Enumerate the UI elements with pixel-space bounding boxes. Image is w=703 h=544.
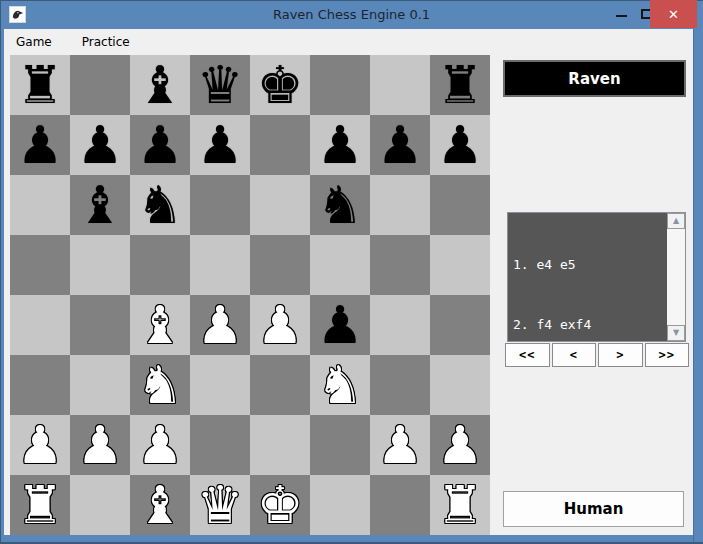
black-pawn-g7: ♟ bbox=[377, 115, 424, 175]
black-pawn-a7: ♟ bbox=[17, 115, 64, 175]
white-pawn-c2: ♟ bbox=[137, 415, 184, 475]
square-e8[interactable]: ♚ bbox=[250, 55, 310, 115]
scroll-up-icon: ▲ bbox=[673, 217, 679, 225]
black-rook-h8: ♜ bbox=[437, 55, 484, 115]
square-a6[interactable] bbox=[10, 175, 70, 235]
white-bishop-c1: ♝ bbox=[137, 475, 184, 535]
black-bishop-c8: ♝ bbox=[137, 55, 184, 115]
white-pawn-b2: ♟ bbox=[77, 415, 124, 475]
black-pawn-b7: ♟ bbox=[77, 115, 124, 175]
white-knight-c3: ♞ bbox=[137, 355, 184, 415]
minimize-icon bbox=[616, 15, 627, 17]
square-g5[interactable] bbox=[370, 235, 430, 295]
black-knight-f6: ♞ bbox=[317, 175, 364, 235]
black-queen-d8: ♛ bbox=[197, 55, 244, 115]
black-player-name: Raven bbox=[568, 70, 620, 88]
square-f6[interactable]: ♞ bbox=[310, 175, 370, 235]
square-a2[interactable]: ♟ bbox=[10, 415, 70, 475]
square-g2[interactable]: ♟ bbox=[370, 415, 430, 475]
square-b5[interactable] bbox=[70, 235, 130, 295]
square-g7[interactable]: ♟ bbox=[370, 115, 430, 175]
move-line: 2. f4 exf4 bbox=[513, 315, 667, 335]
square-b2[interactable]: ♟ bbox=[70, 415, 130, 475]
square-e4[interactable]: ♟ bbox=[250, 295, 310, 355]
square-f4[interactable]: ♟ bbox=[310, 295, 370, 355]
white-pawn-a2: ♟ bbox=[17, 415, 64, 475]
square-f8[interactable] bbox=[310, 55, 370, 115]
window-left-edge bbox=[0, 0, 1, 544]
black-pawn-h7: ♟ bbox=[437, 115, 484, 175]
square-b1[interactable] bbox=[70, 475, 130, 535]
white-knight-f3: ♞ bbox=[317, 355, 364, 415]
square-a4[interactable] bbox=[10, 295, 70, 355]
menu-bar: Game Practice bbox=[4, 29, 693, 55]
first-move-button[interactable]: << bbox=[505, 343, 550, 367]
square-e2[interactable] bbox=[250, 415, 310, 475]
title-bar: Raven Chess Engine 0.1 ✕ bbox=[0, 0, 703, 29]
square-c2[interactable]: ♟ bbox=[130, 415, 190, 475]
square-f5[interactable] bbox=[310, 235, 370, 295]
square-d4[interactable]: ♟ bbox=[190, 295, 250, 355]
square-f2[interactable] bbox=[310, 415, 370, 475]
next-move-button[interactable]: > bbox=[598, 343, 643, 367]
square-b3[interactable] bbox=[70, 355, 130, 415]
square-a7[interactable]: ♟ bbox=[10, 115, 70, 175]
square-c7[interactable]: ♟ bbox=[130, 115, 190, 175]
white-king-e1: ♚ bbox=[257, 475, 304, 535]
square-h2[interactable]: ♟ bbox=[430, 415, 490, 475]
minimize-button[interactable] bbox=[606, 0, 636, 28]
square-b6[interactable]: ♝ bbox=[70, 175, 130, 235]
square-b4[interactable] bbox=[70, 295, 130, 355]
square-h6[interactable] bbox=[430, 175, 490, 235]
white-pawn-e4: ♟ bbox=[257, 295, 304, 355]
scroll-up-button[interactable]: ▲ bbox=[667, 213, 685, 229]
square-b8[interactable] bbox=[70, 55, 130, 115]
white-pawn-g2: ♟ bbox=[377, 415, 424, 475]
black-pawn-d7: ♟ bbox=[197, 115, 244, 175]
black-bishop-b6: ♝ bbox=[77, 175, 124, 235]
content-area: ♜♝♛♚♜♟♟♟♟♟♟♟♝♞♞♝♟♟♟♞♞♟♟♟♟♟♜♝♛♚♜ Raven 1.… bbox=[4, 55, 693, 535]
white-player-label: Human bbox=[503, 491, 684, 527]
square-d7[interactable]: ♟ bbox=[190, 115, 250, 175]
square-e6[interactable] bbox=[250, 175, 310, 235]
square-a3[interactable] bbox=[10, 355, 70, 415]
move-list: 1. e4 e5 2. f4 exf4 3. Nf3 Nc6 4. Bc4 Nf… bbox=[508, 213, 667, 341]
window-right-edge bbox=[693, 29, 694, 544]
square-e1[interactable]: ♚ bbox=[250, 475, 310, 535]
previous-move-button[interactable]: < bbox=[552, 343, 597, 367]
white-pawn-d4: ♟ bbox=[197, 295, 244, 355]
close-button[interactable]: ✕ bbox=[650, 0, 697, 28]
square-f3[interactable]: ♞ bbox=[310, 355, 370, 415]
black-king-e8: ♚ bbox=[257, 55, 304, 115]
square-h5[interactable] bbox=[430, 235, 490, 295]
white-player-name: Human bbox=[564, 500, 624, 518]
black-pawn-c7: ♟ bbox=[137, 115, 184, 175]
square-g6[interactable] bbox=[370, 175, 430, 235]
square-h1[interactable]: ♜ bbox=[430, 475, 490, 535]
square-g8[interactable] bbox=[370, 55, 430, 115]
move-list-scrollbar[interactable]: ▲ ▼ bbox=[667, 213, 685, 341]
square-b7[interactable]: ♟ bbox=[70, 115, 130, 175]
square-h8[interactable]: ♜ bbox=[430, 55, 490, 115]
square-f7[interactable]: ♟ bbox=[310, 115, 370, 175]
scroll-down-icon: ▼ bbox=[673, 329, 679, 337]
last-move-button[interactable]: >> bbox=[645, 343, 690, 367]
square-c6[interactable]: ♞ bbox=[130, 175, 190, 235]
square-c3[interactable]: ♞ bbox=[130, 355, 190, 415]
white-queen-d1: ♛ bbox=[197, 475, 244, 535]
move-navigation: << < > >> bbox=[505, 343, 689, 367]
square-e5[interactable] bbox=[250, 235, 310, 295]
square-c5[interactable] bbox=[130, 235, 190, 295]
square-d5[interactable] bbox=[190, 235, 250, 295]
square-e7[interactable] bbox=[250, 115, 310, 175]
square-d8[interactable]: ♛ bbox=[190, 55, 250, 115]
square-g4[interactable] bbox=[370, 295, 430, 355]
black-player-label: Raven bbox=[503, 60, 686, 97]
chess-board[interactable]: ♜♝♛♚♜♟♟♟♟♟♟♟♝♞♞♝♟♟♟♞♞♟♟♟♟♟♜♝♛♚♜ bbox=[10, 55, 490, 535]
close-icon: ✕ bbox=[668, 7, 679, 22]
square-d6[interactable] bbox=[190, 175, 250, 235]
square-d1[interactable]: ♛ bbox=[190, 475, 250, 535]
square-g1[interactable] bbox=[370, 475, 430, 535]
square-g3[interactable] bbox=[370, 355, 430, 415]
square-f1[interactable] bbox=[310, 475, 370, 535]
window-title: Raven Chess Engine 0.1 bbox=[0, 0, 703, 29]
move-line: 1. e4 e5 bbox=[513, 255, 667, 275]
square-e3[interactable] bbox=[250, 355, 310, 415]
menu-item-practice[interactable]: Practice bbox=[80, 29, 132, 55]
white-rook-h1: ♜ bbox=[437, 475, 484, 535]
app-window: Raven Chess Engine 0.1 ✕ Game Practice ♜… bbox=[0, 0, 703, 544]
black-pawn-f7: ♟ bbox=[317, 115, 364, 175]
square-d2[interactable] bbox=[190, 415, 250, 475]
square-a5[interactable] bbox=[10, 235, 70, 295]
white-pawn-h2: ♟ bbox=[437, 415, 484, 475]
square-h4[interactable] bbox=[430, 295, 490, 355]
white-bishop-c4: ♝ bbox=[137, 295, 184, 355]
black-rook-a8: ♜ bbox=[17, 55, 64, 115]
square-d3[interactable] bbox=[190, 355, 250, 415]
menu-item-game[interactable]: Game bbox=[14, 29, 54, 55]
move-list-box: 1. e4 e5 2. f4 exf4 3. Nf3 Nc6 4. Bc4 Nf… bbox=[507, 212, 686, 342]
square-h7[interactable]: ♟ bbox=[430, 115, 490, 175]
square-c4[interactable]: ♝ bbox=[130, 295, 190, 355]
square-h3[interactable] bbox=[430, 355, 490, 415]
square-a8[interactable]: ♜ bbox=[10, 55, 70, 115]
white-rook-a1: ♜ bbox=[17, 475, 64, 535]
black-knight-c6: ♞ bbox=[137, 175, 184, 235]
black-pawn-f4: ♟ bbox=[317, 295, 364, 355]
square-c8[interactable]: ♝ bbox=[130, 55, 190, 115]
square-a1[interactable]: ♜ bbox=[10, 475, 70, 535]
square-c1[interactable]: ♝ bbox=[130, 475, 190, 535]
scroll-down-button[interactable]: ▼ bbox=[667, 325, 685, 341]
